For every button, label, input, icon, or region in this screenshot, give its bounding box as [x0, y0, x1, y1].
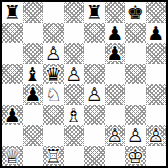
piece-black-pawn: ♟	[4, 105, 21, 125]
square-b1[interactable]	[23, 146, 44, 167]
square-a7[interactable]	[2, 23, 23, 44]
square-d2[interactable]	[64, 125, 85, 146]
piece-white-king: ♔	[127, 146, 144, 166]
square-c1[interactable]: ♖	[43, 146, 64, 167]
piece-white-rook: ♖	[45, 146, 62, 166]
square-f6[interactable]: ♟	[105, 43, 126, 64]
square-e4[interactable]: ♙	[84, 84, 105, 105]
square-a2[interactable]	[2, 125, 23, 146]
square-d3[interactable]: ♗	[64, 105, 85, 126]
square-h1[interactable]	[146, 146, 167, 167]
square-d4[interactable]	[64, 84, 85, 105]
piece-black-pawn: ♟	[147, 23, 164, 43]
square-g7[interactable]	[125, 23, 146, 44]
piece-black-rook: ♜	[4, 2, 21, 22]
piece-white-bishop: ♗	[65, 105, 82, 125]
piece-black-queen: ♛	[45, 64, 62, 84]
square-e3[interactable]	[84, 105, 105, 126]
piece-white-pawn: ♙	[147, 125, 164, 145]
piece-black-bishop: ♝	[24, 64, 41, 84]
square-h6[interactable]	[146, 43, 167, 64]
piece-white-pawn: ♙	[127, 125, 144, 145]
square-e6[interactable]	[84, 43, 105, 64]
square-c6[interactable]: ♙	[43, 43, 64, 64]
square-f2[interactable]: ♙	[105, 125, 126, 146]
square-d8[interactable]	[64, 2, 85, 23]
piece-white-pawn: ♙	[86, 84, 103, 104]
square-g4[interactable]	[125, 84, 146, 105]
square-b6[interactable]	[23, 43, 44, 64]
square-h7[interactable]: ♟	[146, 23, 167, 44]
square-e8[interactable]: ♜	[84, 2, 105, 23]
square-a5[interactable]	[2, 64, 23, 85]
piece-white-pawn: ♙	[65, 64, 82, 84]
square-f1[interactable]	[105, 146, 126, 167]
square-d1[interactable]	[64, 146, 85, 167]
square-c2[interactable]	[43, 125, 64, 146]
square-h5[interactable]	[146, 64, 167, 85]
square-c3[interactable]	[43, 105, 64, 126]
square-g8[interactable]: ♚	[125, 2, 146, 23]
chess-board: ♜♜♚♟♟♙♟♝♛♙♟♘♙♟♗♙♙♙♕♖♔	[0, 0, 168, 168]
square-e2[interactable]	[84, 125, 105, 146]
square-b2[interactable]	[23, 125, 44, 146]
square-g6[interactable]	[125, 43, 146, 64]
piece-white-pawn: ♙	[106, 125, 123, 145]
piece-white-queen: ♕	[4, 146, 21, 166]
square-a3[interactable]: ♟	[2, 105, 23, 126]
square-g3[interactable]	[125, 105, 146, 126]
square-c7[interactable]	[43, 23, 64, 44]
square-a8[interactable]: ♜	[2, 2, 23, 23]
piece-black-pawn: ♟	[24, 84, 41, 104]
square-c4[interactable]: ♘	[43, 84, 64, 105]
square-e7[interactable]	[84, 23, 105, 44]
square-a4[interactable]	[2, 84, 23, 105]
square-b4[interactable]: ♟	[23, 84, 44, 105]
square-g5[interactable]	[125, 64, 146, 85]
square-h3[interactable]	[146, 105, 167, 126]
square-c5[interactable]: ♛	[43, 64, 64, 85]
square-b3[interactable]	[23, 105, 44, 126]
square-h2[interactable]: ♙	[146, 125, 167, 146]
square-f3[interactable]	[105, 105, 126, 126]
square-f4[interactable]	[105, 84, 126, 105]
square-a6[interactable]	[2, 43, 23, 64]
square-e5[interactable]	[84, 64, 105, 85]
square-d7[interactable]	[64, 23, 85, 44]
square-c8[interactable]	[43, 2, 64, 23]
square-f8[interactable]	[105, 2, 126, 23]
square-b8[interactable]	[23, 2, 44, 23]
square-f5[interactable]	[105, 64, 126, 85]
square-d5[interactable]: ♙	[64, 64, 85, 85]
square-f7[interactable]: ♟	[105, 23, 126, 44]
square-h8[interactable]	[146, 2, 167, 23]
square-h4[interactable]	[146, 84, 167, 105]
square-e1[interactable]	[84, 146, 105, 167]
square-d6[interactable]	[64, 43, 85, 64]
square-b5[interactable]: ♝	[23, 64, 44, 85]
piece-black-pawn: ♟	[106, 23, 123, 43]
square-g1[interactable]: ♔	[125, 146, 146, 167]
piece-black-pawn: ♟	[106, 43, 123, 63]
piece-white-pawn: ♙	[45, 43, 62, 63]
square-a1[interactable]: ♕	[2, 146, 23, 167]
piece-black-rook: ♜	[86, 2, 103, 22]
square-g2[interactable]: ♙	[125, 125, 146, 146]
square-b7[interactable]	[23, 23, 44, 44]
piece-white-knight: ♘	[45, 84, 62, 104]
piece-black-king: ♚	[127, 2, 144, 22]
